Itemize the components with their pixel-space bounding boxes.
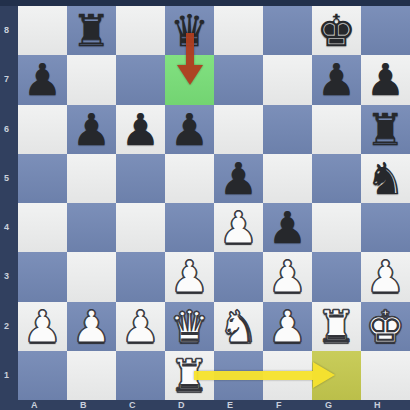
- square-a1[interactable]: [18, 351, 67, 400]
- square-c2[interactable]: ♟: [116, 302, 165, 351]
- rank-label-3: 3: [4, 272, 9, 281]
- square-h3[interactable]: ♟: [361, 252, 410, 301]
- square-e6[interactable]: [214, 105, 263, 154]
- square-f6[interactable]: [263, 105, 312, 154]
- square-a3[interactable]: [18, 252, 67, 301]
- square-e2[interactable]: ♞: [214, 302, 263, 351]
- square-d1[interactable]: ♜: [165, 351, 214, 400]
- piece-white-pawn-d3[interactable]: ♟: [165, 252, 214, 301]
- piece-black-pawn-b6[interactable]: ♟: [67, 105, 116, 154]
- square-g4[interactable]: [312, 203, 361, 252]
- square-e3[interactable]: [214, 252, 263, 301]
- square-g2[interactable]: ♜: [312, 302, 361, 351]
- square-d8[interactable]: ♛: [165, 6, 214, 55]
- piece-black-pawn-f4[interactable]: ♟: [263, 203, 312, 252]
- square-f7[interactable]: [263, 55, 312, 104]
- square-a8[interactable]: [18, 6, 67, 55]
- square-b7[interactable]: [67, 55, 116, 104]
- square-b2[interactable]: ♟: [67, 302, 116, 351]
- piece-white-king-h2[interactable]: ♚: [361, 302, 410, 351]
- square-c7[interactable]: [116, 55, 165, 104]
- piece-white-pawn-c2[interactable]: ♟: [116, 302, 165, 351]
- square-c5[interactable]: [116, 154, 165, 203]
- square-d2[interactable]: ♛: [165, 302, 214, 351]
- square-h7[interactable]: ♟: [361, 55, 410, 104]
- square-c8[interactable]: [116, 6, 165, 55]
- square-d5[interactable]: [165, 154, 214, 203]
- square-a2[interactable]: ♟: [18, 302, 67, 351]
- square-h5[interactable]: ♞: [361, 154, 410, 203]
- piece-black-pawn-e5[interactable]: ♟: [214, 154, 263, 203]
- square-b5[interactable]: [67, 154, 116, 203]
- square-g5[interactable]: [312, 154, 361, 203]
- file-label-a: A: [31, 401, 38, 410]
- square-b8[interactable]: ♜: [67, 6, 116, 55]
- piece-black-king-g8[interactable]: ♚: [312, 6, 361, 55]
- rank-label-4: 4: [4, 223, 9, 232]
- piece-black-pawn-d6[interactable]: ♟: [165, 105, 214, 154]
- file-label-c: C: [129, 401, 136, 410]
- file-label-h: H: [374, 401, 381, 410]
- piece-white-pawn-h3[interactable]: ♟: [361, 252, 410, 301]
- square-b3[interactable]: [67, 252, 116, 301]
- chess-board-frame: ♜♛♚♟♟♟♟♟♟♜♟♞♟♟♟♟♟♟♟♟♛♞♟♜♚♜ 87654321ABCDE…: [0, 0, 410, 410]
- chess-board: ♜♛♚♟♟♟♟♟♟♜♟♞♟♟♟♟♟♟♟♟♛♞♟♜♚♜: [18, 6, 410, 400]
- square-h8[interactable]: [361, 6, 410, 55]
- square-d3[interactable]: ♟: [165, 252, 214, 301]
- square-g7[interactable]: ♟: [312, 55, 361, 104]
- square-b4[interactable]: [67, 203, 116, 252]
- square-f3[interactable]: ♟: [263, 252, 312, 301]
- square-f2[interactable]: ♟: [263, 302, 312, 351]
- square-g8[interactable]: ♚: [312, 6, 361, 55]
- square-d4[interactable]: [165, 203, 214, 252]
- file-label-f: F: [276, 401, 282, 410]
- square-c1[interactable]: [116, 351, 165, 400]
- piece-black-pawn-c6[interactable]: ♟: [116, 105, 165, 154]
- piece-black-rook-b8[interactable]: ♜: [67, 6, 116, 55]
- piece-white-pawn-e4[interactable]: ♟: [214, 203, 263, 252]
- square-h4[interactable]: [361, 203, 410, 252]
- file-label-e: E: [227, 401, 233, 410]
- piece-white-queen-d2[interactable]: ♛: [165, 302, 214, 351]
- piece-black-rook-h6[interactable]: ♜: [361, 105, 410, 154]
- square-h6[interactable]: ♜: [361, 105, 410, 154]
- piece-white-pawn-a2[interactable]: ♟: [18, 302, 67, 351]
- square-e4[interactable]: ♟: [214, 203, 263, 252]
- rank-label-6: 6: [4, 125, 9, 134]
- square-c3[interactable]: [116, 252, 165, 301]
- square-f8[interactable]: [263, 6, 312, 55]
- yellow-highlight-square-g1[interactable]: [312, 351, 361, 400]
- square-e5[interactable]: ♟: [214, 154, 263, 203]
- square-a4[interactable]: [18, 203, 67, 252]
- piece-white-knight-e2[interactable]: ♞: [214, 302, 263, 351]
- square-f1[interactable]: [263, 351, 312, 400]
- file-label-b: B: [80, 401, 87, 410]
- piece-black-pawn-g7[interactable]: ♟: [312, 55, 361, 104]
- piece-white-rook-d1[interactable]: ♜: [165, 351, 214, 400]
- square-f5[interactable]: [263, 154, 312, 203]
- square-e8[interactable]: [214, 6, 263, 55]
- square-g3[interactable]: [312, 252, 361, 301]
- piece-black-pawn-a7[interactable]: ♟: [18, 55, 67, 104]
- square-f4[interactable]: ♟: [263, 203, 312, 252]
- square-a6[interactable]: [18, 105, 67, 154]
- file-label-d: D: [178, 401, 185, 410]
- square-e1[interactable]: [214, 351, 263, 400]
- square-h1[interactable]: [361, 351, 410, 400]
- square-a7[interactable]: ♟: [18, 55, 67, 104]
- square-c4[interactable]: [116, 203, 165, 252]
- square-e7[interactable]: [214, 55, 263, 104]
- file-label-g: G: [325, 401, 332, 410]
- rank-label-1: 1: [4, 371, 9, 380]
- piece-black-pawn-h7[interactable]: ♟: [361, 55, 410, 104]
- piece-white-pawn-b2[interactable]: ♟: [67, 302, 116, 351]
- square-g6[interactable]: [312, 105, 361, 154]
- square-h2[interactable]: ♚: [361, 302, 410, 351]
- piece-black-knight-h5[interactable]: ♞: [361, 154, 410, 203]
- green-highlight-square-d7[interactable]: [165, 55, 214, 104]
- piece-white-pawn-f3[interactable]: ♟: [263, 252, 312, 301]
- rank-label-8: 8: [4, 26, 9, 35]
- square-b1[interactable]: [67, 351, 116, 400]
- rank-label-5: 5: [4, 174, 9, 183]
- square-a5[interactable]: [18, 154, 67, 203]
- rank-label-7: 7: [4, 75, 9, 84]
- piece-black-queen-d8[interactable]: ♛: [165, 6, 214, 55]
- piece-white-rook-g2[interactable]: ♜: [312, 302, 361, 351]
- square-d6[interactable]: ♟: [165, 105, 214, 154]
- rank-label-2: 2: [4, 322, 9, 331]
- square-b6[interactable]: ♟: [67, 105, 116, 154]
- square-c6[interactable]: ♟: [116, 105, 165, 154]
- piece-white-pawn-f2[interactable]: ♟: [263, 302, 312, 351]
